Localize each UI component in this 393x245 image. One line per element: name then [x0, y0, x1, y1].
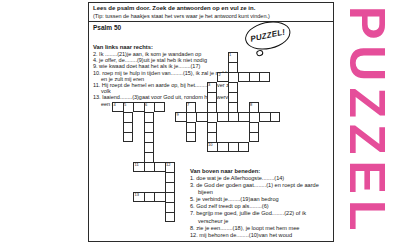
grid-cell[interactable] — [186, 122, 197, 132]
grid-cell[interactable] — [144, 112, 155, 122]
clue: 1. doe wat je de Allerhoogste........(14… — [190, 175, 328, 182]
grid-cell[interactable] — [144, 122, 155, 132]
psalm-title: Psalm 50 — [89, 22, 333, 32]
cell-number: 2 — [219, 73, 221, 78]
clue: 8. zie je een........(18), je loopt met … — [190, 225, 328, 232]
grid-cell[interactable] — [144, 142, 155, 152]
grid-cell[interactable] — [228, 102, 239, 112]
grid-cell[interactable] — [133, 102, 144, 112]
down-clue-list: 1. doe wat je de Allerhoogste........(14… — [190, 175, 328, 239]
grid-cell[interactable] — [217, 142, 228, 152]
grid-cell[interactable] — [207, 132, 218, 142]
grid-cell[interactable] — [165, 172, 176, 182]
grid-cell[interactable] — [249, 112, 260, 122]
grid-cell[interactable] — [238, 142, 249, 152]
down-clues-section: Van boven naar beneden: 1. doe wat je de… — [190, 168, 328, 239]
grid-cell[interactable] — [207, 112, 218, 122]
cell-number: 1 — [229, 53, 231, 58]
clue: 5. je verbindt je........(19)aan bedrog — [190, 196, 328, 203]
badge-label: PUZZEL! — [250, 27, 286, 43]
grid-cell[interactable] — [249, 132, 260, 142]
cell-number: 10 — [208, 143, 212, 148]
grid-cell[interactable] — [144, 152, 155, 162]
grid-cell[interactable] — [228, 72, 239, 82]
grid-cell[interactable]: 10 — [207, 142, 218, 152]
grid-cell[interactable] — [165, 202, 176, 212]
grid-cell[interactable] — [207, 122, 218, 132]
cell-number: 5 — [124, 103, 126, 108]
grid-cell[interactable] — [165, 182, 176, 192]
clue: 3. de God der goden gaat........(1) en r… — [190, 182, 328, 196]
grid-cell[interactable] — [270, 112, 281, 122]
grid-cell[interactable]: 11 — [133, 162, 144, 172]
grid-cell[interactable] — [196, 112, 207, 122]
down-heading: Van boven naar beneden: — [190, 168, 328, 175]
grid-cell[interactable] — [238, 112, 249, 122]
cell-number: 11 — [135, 163, 139, 168]
grid-cell[interactable] — [238, 72, 249, 82]
grid-cell[interactable]: 3 — [207, 82, 218, 92]
cell-number: 9 — [177, 113, 179, 118]
grid-cell[interactable] — [144, 162, 155, 172]
intro-box: Lees de psalm door. Zoek de antwoorden o… — [89, 3, 333, 22]
grid-cell[interactable]: 13 — [133, 192, 144, 202]
grid-cell[interactable] — [259, 72, 270, 82]
grid-cell[interactable] — [228, 82, 239, 92]
side-title-puzzel: PUZZEL — [341, 6, 393, 240]
cell-number: 13 — [135, 193, 139, 198]
clue: 6. God zelf treedt op als........(6) — [190, 203, 328, 210]
grid-cell[interactable] — [249, 72, 260, 82]
grid-cell[interactable] — [165, 212, 176, 222]
grid-cell[interactable] — [186, 132, 197, 142]
cell-number: 3 — [208, 83, 210, 88]
grid-cell[interactable] — [154, 162, 165, 172]
cell-number: 12 — [166, 163, 170, 168]
clue: 12. mij behoren de........(10)van het wo… — [190, 232, 328, 239]
grid-cell[interactable]: 2 — [217, 72, 228, 82]
puzzle-sheet: Lees de psalm door. Zoek de antwoorden o… — [88, 2, 334, 242]
grid-cell[interactable] — [186, 112, 197, 122]
grid-cell[interactable]: 8 — [249, 102, 260, 112]
grid-cell[interactable]: 7 — [186, 102, 197, 112]
grid-cell[interactable] — [207, 102, 218, 112]
cell-number: 6 — [145, 103, 147, 108]
across-heading: Van links naar rechts: — [93, 44, 235, 51]
grid-cell[interactable] — [228, 92, 239, 102]
grid-cell[interactable] — [249, 122, 260, 132]
grid-cell[interactable] — [228, 112, 239, 122]
grid-cell[interactable] — [228, 62, 239, 72]
grid-cell[interactable] — [123, 112, 134, 122]
grid-cell[interactable] — [154, 192, 165, 202]
grid-cell[interactable] — [123, 132, 134, 142]
grid-cell[interactable] — [144, 192, 155, 202]
grid-cell[interactable] — [217, 112, 228, 122]
grid-cell[interactable]: 4 — [112, 102, 123, 112]
grid-cell[interactable] — [228, 142, 239, 152]
worksheet-page: Lees de psalm door. Zoek de antwoorden o… — [0, 0, 393, 245]
cell-number: 8 — [250, 103, 252, 108]
cell-number: 7 — [187, 103, 189, 108]
grid-cell[interactable] — [259, 112, 270, 122]
grid-cell[interactable]: 12 — [165, 162, 176, 172]
instruction-text: Lees de psalm door. Zoek de antwoorden o… — [93, 5, 330, 13]
grid-cell[interactable] — [165, 192, 176, 202]
clue: 7. begrijp me goed, jullie die God......… — [190, 210, 328, 224]
cell-number: 4 — [114, 103, 116, 108]
grid-cell[interactable]: 9 — [175, 112, 186, 122]
grid-cell[interactable]: 5 — [123, 102, 134, 112]
grid-cell[interactable]: 6 — [144, 102, 155, 112]
grid-cell[interactable] — [207, 92, 218, 102]
grid-cell[interactable] — [144, 132, 155, 142]
grid-cell[interactable] — [154, 102, 165, 112]
grid-cell[interactable] — [123, 122, 134, 132]
grid-cell[interactable]: 1 — [228, 52, 239, 62]
tip-text: (Tip: tussen de haakjes staat het vers w… — [93, 13, 330, 19]
